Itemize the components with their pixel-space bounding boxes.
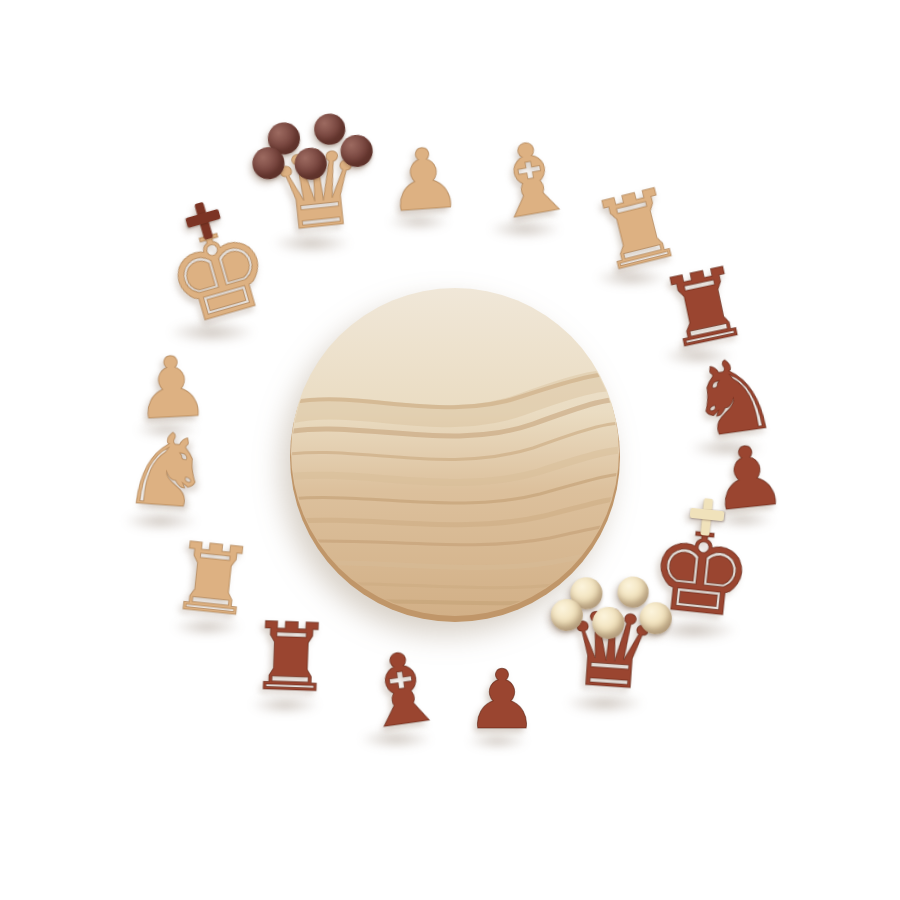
bishop-glyph: ♝ (352, 635, 453, 744)
crown-ball (639, 601, 673, 635)
cross-horizontal-bar (689, 508, 725, 521)
piece-body: ♟ (441, 634, 564, 765)
red-pawn-bottom-piece: ♟ (441, 634, 564, 765)
pawn-glyph: ♟ (465, 659, 539, 741)
king-cross (688, 496, 726, 537)
chess-set-photo-scene: ♟♝♜♜♞♟♚♛♟♝♜♜♞♟♚♛ (0, 0, 900, 900)
